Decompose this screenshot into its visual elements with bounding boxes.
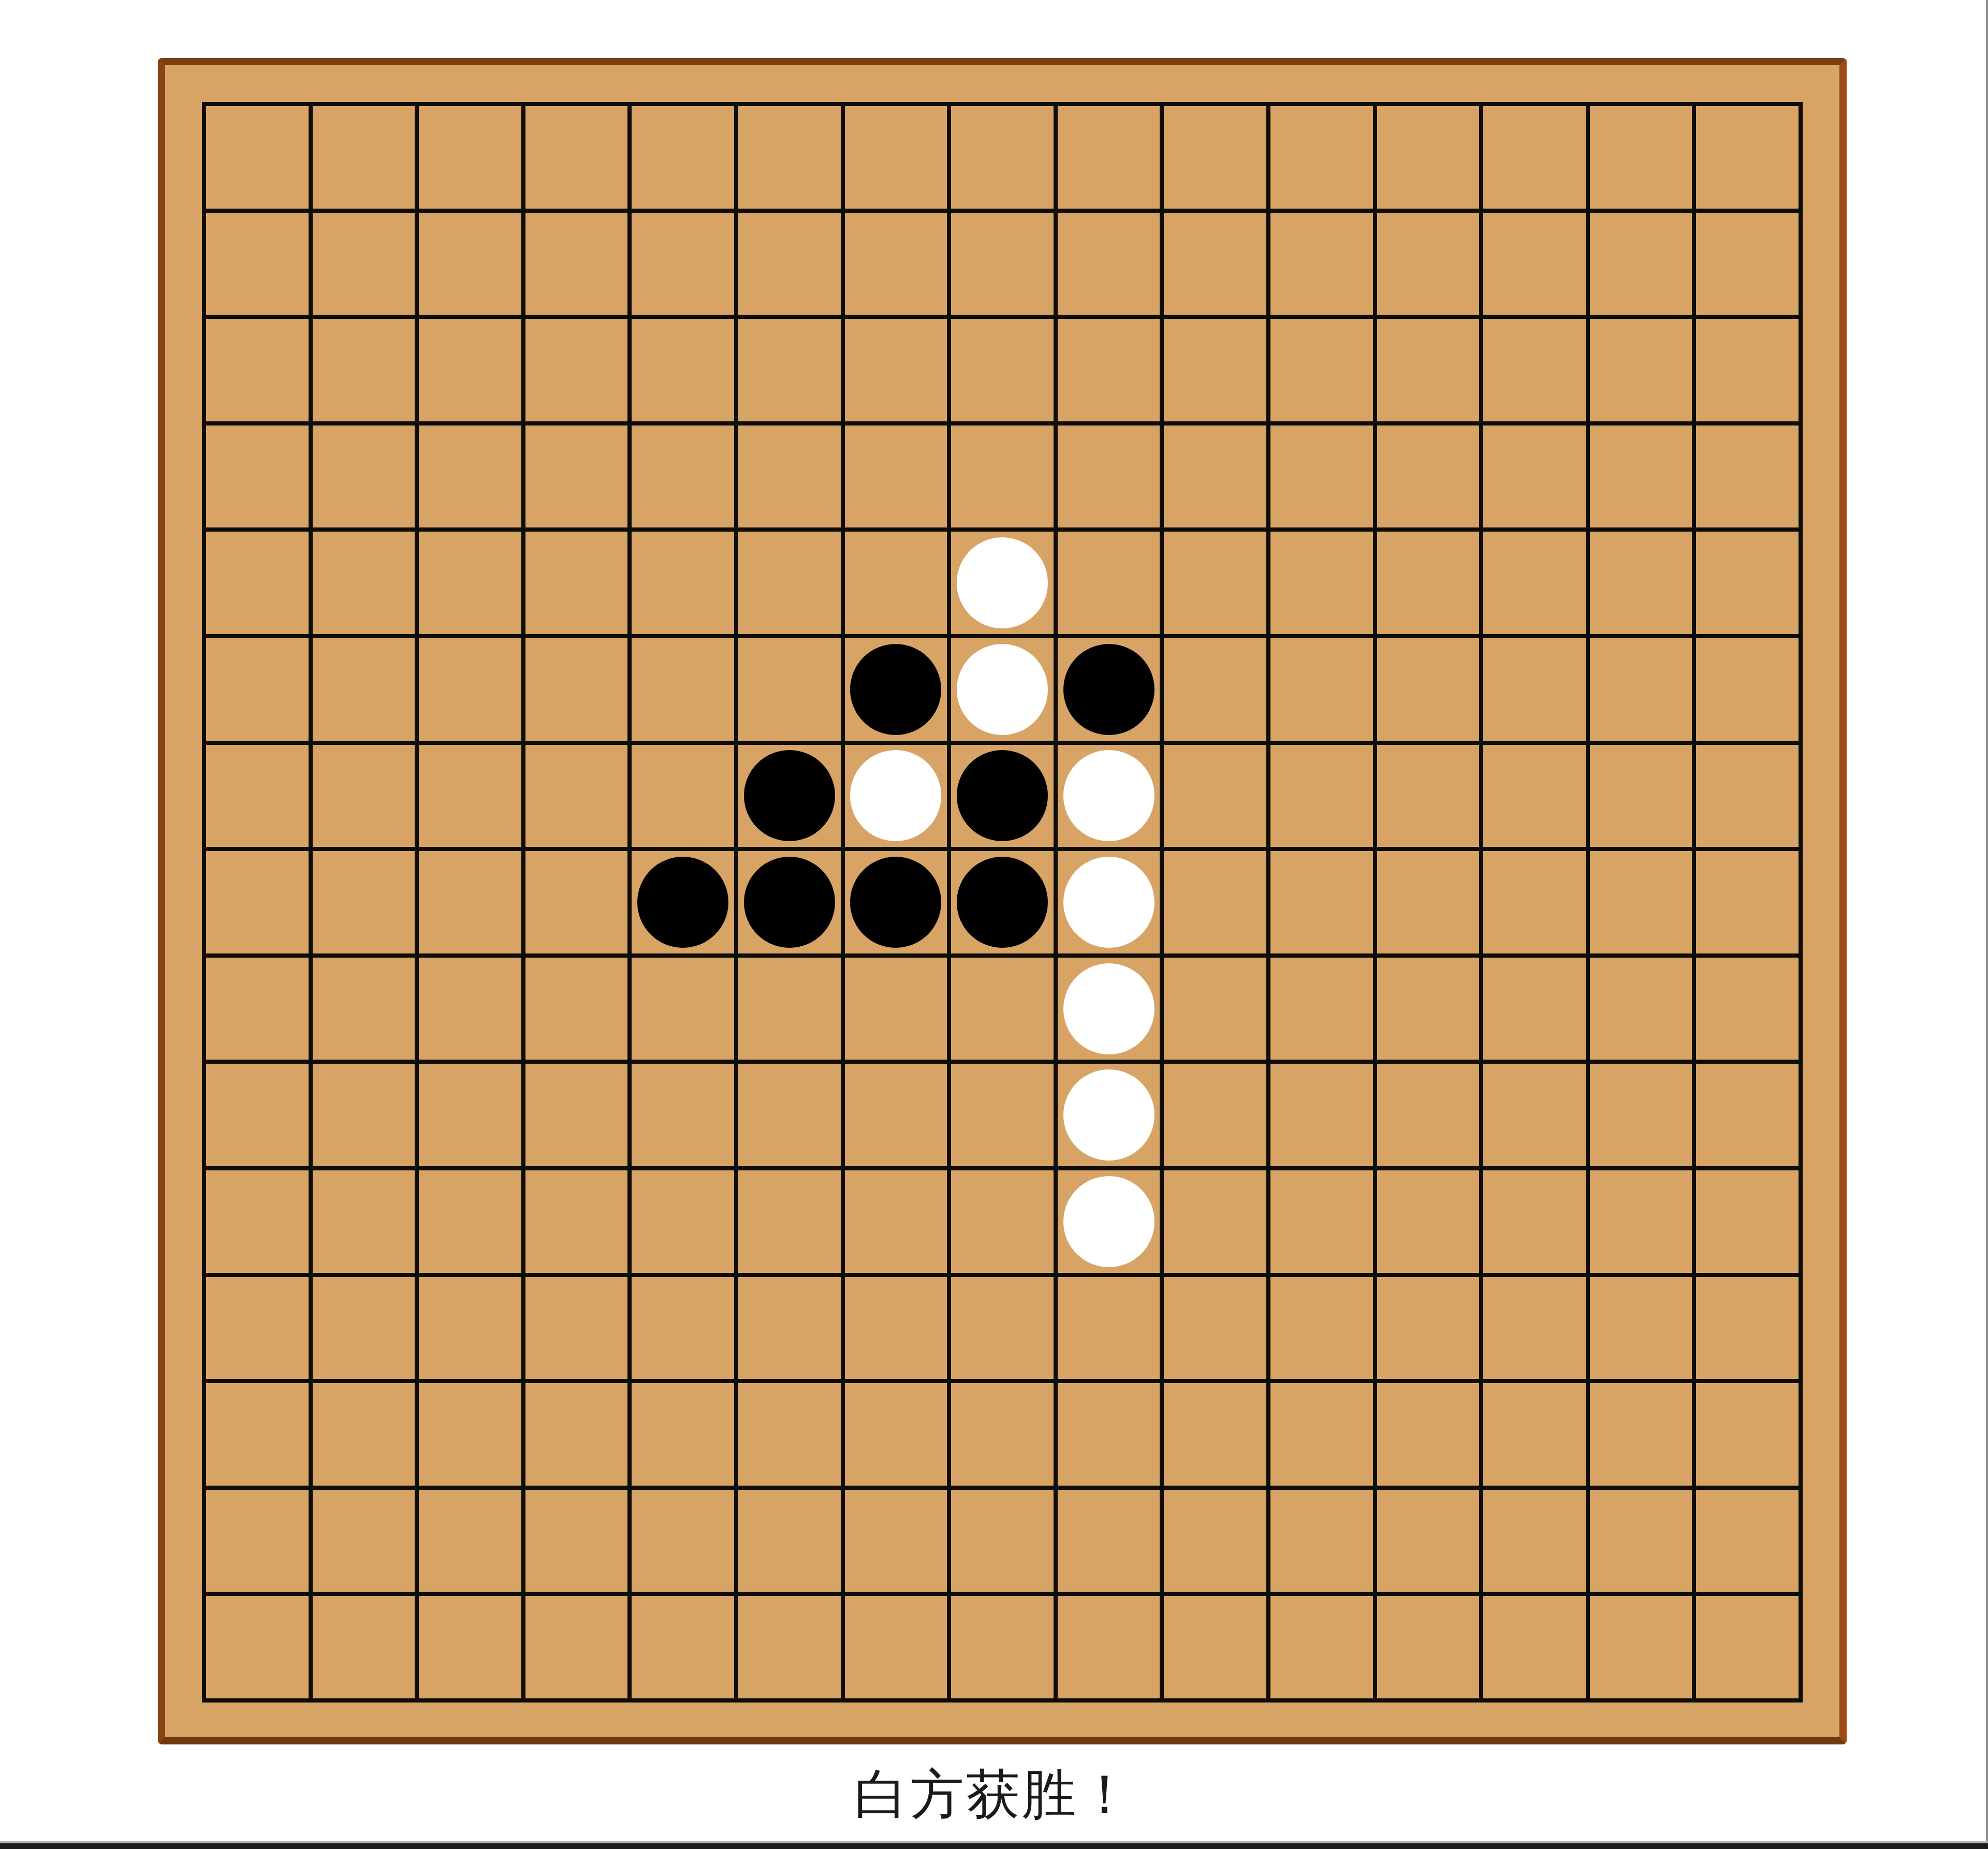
board-cell-r12c8[interactable] — [1058, 1383, 1160, 1486]
board-cell-r5c13[interactable] — [1590, 638, 1692, 741]
white-stone — [957, 537, 1048, 628]
board-cell-r10c3[interactable] — [525, 1170, 628, 1273]
board-cell-r8c1[interactable] — [313, 958, 415, 1060]
black-stone — [957, 857, 1048, 948]
board-cell-r0c0[interactable] — [206, 106, 309, 209]
board-cell-r7c14[interactable] — [1696, 851, 1799, 953]
board-cell-r13c7[interactable] — [951, 1490, 1054, 1592]
board-cell-r5c2[interactable] — [419, 638, 521, 741]
board-cell-r14c10[interactable] — [1270, 1596, 1373, 1698]
board-cell-r10c11[interactable] — [1377, 1170, 1480, 1273]
black-stone — [744, 857, 835, 948]
board-cell-r4c13[interactable] — [1590, 532, 1692, 634]
board-cell-r0c4[interactable] — [632, 106, 734, 209]
board-cell-r12c11[interactable] — [1377, 1383, 1480, 1486]
board-cell-r6c11[interactable] — [1377, 745, 1480, 847]
board-cell-r6c12[interactable] — [1483, 745, 1586, 847]
board-cell-r14c3[interactable] — [525, 1596, 628, 1698]
board-cell-r8c9[interactable] — [1164, 958, 1266, 1060]
black-stone — [637, 857, 728, 948]
board-cell-r12c14[interactable] — [1696, 1383, 1799, 1486]
black-stone — [744, 750, 835, 841]
board-cell-r12c2[interactable] — [419, 1383, 521, 1486]
board-cell-r2c14[interactable] — [1696, 319, 1799, 421]
board-cell-r2c10[interactable] — [1270, 319, 1373, 421]
board-cell-r4c12[interactable] — [1483, 532, 1586, 634]
board-cell-r9c1[interactable] — [313, 1064, 415, 1166]
board-cell-r7c8[interactable] — [1058, 851, 1160, 953]
white-stone — [1063, 963, 1154, 1054]
board-cell-r6c3[interactable] — [525, 745, 628, 847]
board-cell-r0c12[interactable] — [1483, 106, 1586, 209]
board-cell-r9c7[interactable] — [951, 1064, 1054, 1166]
board-cell-r6c14[interactable] — [1696, 745, 1799, 847]
board-cell-r3c11[interactable] — [1377, 425, 1480, 528]
board-cell-r7c12[interactable] — [1483, 851, 1586, 953]
board-cell-r1c4[interactable] — [632, 213, 734, 315]
board-cell-r13c1[interactable] — [313, 1490, 415, 1592]
board-cell-r1c13[interactable] — [1590, 213, 1692, 315]
result-caption: 白方获胜！ — [0, 1766, 1988, 1823]
board-cell-r12c9[interactable] — [1164, 1383, 1266, 1486]
black-stone — [850, 857, 941, 948]
board-cell-r12c5[interactable] — [738, 1383, 841, 1486]
board-cell-r12c12[interactable] — [1483, 1383, 1586, 1486]
board-cell-r13c14[interactable] — [1696, 1490, 1799, 1592]
board-cell-r12c13[interactable] — [1590, 1383, 1692, 1486]
window-bottom-bar — [0, 1841, 1988, 1849]
board-cell-r11c1[interactable] — [313, 1277, 415, 1380]
board-cell-r9c9[interactable] — [1164, 1064, 1266, 1166]
board-cell-r13c11[interactable] — [1377, 1490, 1480, 1592]
board-cell-r10c6[interactable] — [845, 1170, 947, 1273]
board-cell-r0c9[interactable] — [1164, 106, 1266, 209]
board-cell-r8c11[interactable] — [1377, 958, 1480, 1060]
board-cell-r3c10[interactable] — [1270, 425, 1373, 528]
board-cell-r7c0[interactable] — [206, 851, 309, 953]
board-cell-r10c13[interactable] — [1590, 1170, 1692, 1273]
board-cell-r3c1[interactable] — [313, 425, 415, 528]
board-cell-r10c8[interactable] — [1058, 1170, 1160, 1273]
board-cell-r11c10[interactable] — [1270, 1277, 1373, 1380]
board-cell-r2c7[interactable] — [951, 319, 1054, 421]
board-cell-r7c5[interactable] — [738, 851, 841, 953]
board-cell-r10c1[interactable] — [313, 1170, 415, 1273]
board-cell-r4c2[interactable] — [419, 532, 521, 634]
board-cell-r1c5[interactable] — [738, 213, 841, 315]
board-cell-r13c0[interactable] — [206, 1490, 309, 1592]
board-cell-r1c10[interactable] — [1270, 213, 1373, 315]
board-cell-r9c4[interactable] — [632, 1064, 734, 1166]
board-cell-r7c11[interactable] — [1377, 851, 1480, 953]
board-cell-r7c13[interactable] — [1590, 851, 1692, 953]
board-cell-r6c2[interactable] — [419, 745, 521, 847]
board-cell-r8c10[interactable] — [1270, 958, 1373, 1060]
board-cell-r4c14[interactable] — [1696, 532, 1799, 634]
board-cell-r5c7[interactable] — [951, 638, 1054, 741]
board-cell-r0c11[interactable] — [1377, 106, 1480, 209]
board-cell-r6c6[interactable] — [845, 745, 947, 847]
board-cell-r13c10[interactable] — [1270, 1490, 1373, 1592]
board-cell-r10c5[interactable] — [738, 1170, 841, 1273]
board-cell-r0c1[interactable] — [313, 106, 415, 209]
board-cell-r6c13[interactable] — [1590, 745, 1692, 847]
board-cell-r13c9[interactable] — [1164, 1490, 1266, 1592]
board-cell-r4c5[interactable] — [738, 532, 841, 634]
board-cell-r14c7[interactable] — [951, 1596, 1054, 1698]
board-cell-r8c14[interactable] — [1696, 958, 1799, 1060]
board-cell-r4c7[interactable] — [951, 532, 1054, 634]
board-cell-r5c6[interactable] — [845, 638, 947, 741]
board-cell-r1c7[interactable] — [951, 213, 1054, 315]
board-cell-r1c11[interactable] — [1377, 213, 1480, 315]
board-cell-r0c13[interactable] — [1590, 106, 1692, 209]
board-cell-r8c7[interactable] — [951, 958, 1054, 1060]
white-stone — [850, 750, 941, 841]
board-cell-r0c3[interactable] — [525, 106, 628, 209]
board-cell-r12c1[interactable] — [313, 1383, 415, 1486]
board-cell-r6c0[interactable] — [206, 745, 309, 847]
board-cell-r5c8[interactable] — [1058, 638, 1160, 741]
board-cell-r11c2[interactable] — [419, 1277, 521, 1380]
board-cell-r9c14[interactable] — [1696, 1064, 1799, 1166]
board-cell-r5c14[interactable] — [1696, 638, 1799, 741]
board-cell-r1c3[interactable] — [525, 213, 628, 315]
board-cell-r10c12[interactable] — [1483, 1170, 1586, 1273]
board-cell-r1c8[interactable] — [1058, 213, 1160, 315]
board-cell-r4c9[interactable] — [1164, 532, 1266, 634]
board-cell-r4c10[interactable] — [1270, 532, 1373, 634]
board-cell-r2c8[interactable] — [1058, 319, 1160, 421]
board-cell-r14c8[interactable] — [1058, 1596, 1160, 1698]
gomoku-board — [158, 58, 1847, 1744]
board-cell-r11c0[interactable] — [206, 1277, 309, 1380]
board-cell-r12c4[interactable] — [632, 1383, 734, 1486]
board-cell-r5c0[interactable] — [206, 638, 309, 741]
board-cell-r2c12[interactable] — [1483, 319, 1586, 421]
board-cell-r6c7[interactable] — [951, 745, 1054, 847]
black-stone — [957, 750, 1048, 841]
board-cell-r10c14[interactable] — [1696, 1170, 1799, 1273]
black-stone — [850, 644, 941, 735]
board-cell-r13c6[interactable] — [845, 1490, 947, 1592]
board-cell-r4c0[interactable] — [206, 532, 309, 634]
white-stone — [1063, 750, 1154, 841]
board-cell-r14c0[interactable] — [206, 1596, 309, 1698]
board-cell-r12c3[interactable] — [525, 1383, 628, 1486]
board-cell-r7c4[interactable] — [632, 851, 734, 953]
board-cell-r14c4[interactable] — [632, 1596, 734, 1698]
board-cell-r4c6[interactable] — [845, 532, 947, 634]
board-cell-r9c2[interactable] — [419, 1064, 521, 1166]
board-cell-r1c6[interactable] — [845, 213, 947, 315]
board-cell-r3c9[interactable] — [1164, 425, 1266, 528]
board-cell-r10c7[interactable] — [951, 1170, 1054, 1273]
board-cell-r4c11[interactable] — [1377, 532, 1480, 634]
board-cell-r3c4[interactable] — [632, 425, 734, 528]
board-cell-r1c9[interactable] — [1164, 213, 1266, 315]
board-cell-r4c8[interactable] — [1058, 532, 1160, 634]
board-cell-r8c8[interactable] — [1058, 958, 1160, 1060]
board-cell-r6c4[interactable] — [632, 745, 734, 847]
board-cell-r1c0[interactable] — [206, 213, 309, 315]
white-stone — [1063, 1176, 1154, 1267]
board-cell-r3c12[interactable] — [1483, 425, 1586, 528]
board-cell-r0c7[interactable] — [951, 106, 1054, 209]
white-stone — [1063, 857, 1154, 948]
board-cell-r12c6[interactable] — [845, 1383, 947, 1486]
board-cell-r6c10[interactable] — [1270, 745, 1373, 847]
board-cell-r2c13[interactable] — [1590, 319, 1692, 421]
board-cell-r11c12[interactable] — [1483, 1277, 1586, 1380]
board-cell-r5c10[interactable] — [1270, 638, 1373, 741]
board-cell-r8c5[interactable] — [738, 958, 841, 1060]
white-stone — [957, 644, 1048, 735]
board-cell-r7c3[interactable] — [525, 851, 628, 953]
board-cell-r14c14[interactable] — [1696, 1596, 1799, 1698]
board-cell-r5c11[interactable] — [1377, 638, 1480, 741]
board-cell-r13c3[interactable] — [525, 1490, 628, 1592]
board-cell-r7c1[interactable] — [313, 851, 415, 953]
board-cell-r9c12[interactable] — [1483, 1064, 1586, 1166]
board-cell-r0c14[interactable] — [1696, 106, 1799, 209]
board-cell-r3c5[interactable] — [738, 425, 841, 528]
board-cell-r12c10[interactable] — [1270, 1383, 1373, 1486]
board-cell-r8c12[interactable] — [1483, 958, 1586, 1060]
board-cell-r11c14[interactable] — [1696, 1277, 1799, 1380]
board-cell-r4c4[interactable] — [632, 532, 734, 634]
board-cell-r0c5[interactable] — [738, 106, 841, 209]
board-cell-r8c3[interactable] — [525, 958, 628, 1060]
board-grid — [202, 102, 1803, 1703]
black-stone — [1063, 644, 1154, 735]
board-cell-r14c13[interactable] — [1590, 1596, 1692, 1698]
board-cell-r10c0[interactable] — [206, 1170, 309, 1273]
board-cell-r9c6[interactable] — [845, 1064, 947, 1166]
board-cell-r3c2[interactable] — [419, 425, 521, 528]
white-stone — [1063, 1069, 1154, 1161]
board-cell-r8c0[interactable] — [206, 958, 309, 1060]
board-cell-r2c11[interactable] — [1377, 319, 1480, 421]
board-cell-r0c2[interactable] — [419, 106, 521, 209]
board-cell-r14c1[interactable] — [313, 1596, 415, 1698]
board-cell-r14c12[interactable] — [1483, 1596, 1586, 1698]
board-cell-r4c3[interactable] — [525, 532, 628, 634]
board-cell-r8c2[interactable] — [419, 958, 521, 1060]
board-cell-r3c8[interactable] — [1058, 425, 1160, 528]
board-cell-r3c6[interactable] — [845, 425, 947, 528]
board-cell-r13c2[interactable] — [419, 1490, 521, 1592]
board-cell-r13c4[interactable] — [632, 1490, 734, 1592]
board-cell-r10c2[interactable] — [419, 1170, 521, 1273]
board-cell-r11c3[interactable] — [525, 1277, 628, 1380]
board-cell-r0c10[interactable] — [1270, 106, 1373, 209]
board-cell-r12c7[interactable] — [951, 1383, 1054, 1486]
board-cell-r7c10[interactable] — [1270, 851, 1373, 953]
board-cell-r1c14[interactable] — [1696, 213, 1799, 315]
board-cell-r0c8[interactable] — [1058, 106, 1160, 209]
board-cell-r5c3[interactable] — [525, 638, 628, 741]
board-cell-r10c9[interactable] — [1164, 1170, 1266, 1273]
board-cell-r11c7[interactable] — [951, 1277, 1054, 1380]
board-cell-r7c9[interactable] — [1164, 851, 1266, 953]
board-cell-r9c0[interactable] — [206, 1064, 309, 1166]
board-cell-r0c6[interactable] — [845, 106, 947, 209]
board-cell-r8c13[interactable] — [1590, 958, 1692, 1060]
board-cell-r12c0[interactable] — [206, 1383, 309, 1486]
board-cell-r13c5[interactable] — [738, 1490, 841, 1592]
board-cell-r9c11[interactable] — [1377, 1064, 1480, 1166]
board-cell-r2c3[interactable] — [525, 319, 628, 421]
board-cell-r11c4[interactable] — [632, 1277, 734, 1380]
window-right-edge — [1986, 0, 1988, 1849]
board-cell-r8c4[interactable] — [632, 958, 734, 1060]
board-cell-r2c4[interactable] — [632, 319, 734, 421]
board-cell-r1c1[interactable] — [313, 213, 415, 315]
board-cell-r2c1[interactable] — [313, 319, 415, 421]
board-cell-r3c0[interactable] — [206, 425, 309, 528]
board-cell-r5c4[interactable] — [632, 638, 734, 741]
board-cell-r7c6[interactable] — [845, 851, 947, 953]
board-cell-r14c6[interactable] — [845, 1596, 947, 1698]
board-cell-r10c4[interactable] — [632, 1170, 734, 1273]
board-cell-r6c5[interactable] — [738, 745, 841, 847]
board-cell-r4c1[interactable] — [313, 532, 415, 634]
board-cell-r1c12[interactable] — [1483, 213, 1586, 315]
board-cell-r9c10[interactable] — [1270, 1064, 1373, 1166]
board-cell-r6c1[interactable] — [313, 745, 415, 847]
board-cell-r11c11[interactable] — [1377, 1277, 1480, 1380]
board-cell-r3c14[interactable] — [1696, 425, 1799, 528]
board-cell-r11c5[interactable] — [738, 1277, 841, 1380]
board-cell-r2c6[interactable] — [845, 319, 947, 421]
board-cell-r9c13[interactable] — [1590, 1064, 1692, 1166]
board-cell-r11c8[interactable] — [1058, 1277, 1160, 1380]
board-cell-r9c5[interactable] — [738, 1064, 841, 1166]
board-cell-r5c12[interactable] — [1483, 638, 1586, 741]
board-cell-r3c3[interactable] — [525, 425, 628, 528]
board-cell-r3c7[interactable] — [951, 425, 1054, 528]
board-cell-r2c9[interactable] — [1164, 319, 1266, 421]
board-cell-r1c2[interactable] — [419, 213, 521, 315]
board-cell-r10c10[interactable] — [1270, 1170, 1373, 1273]
board-cell-r2c2[interactable] — [419, 319, 521, 421]
board-cell-r11c9[interactable] — [1164, 1277, 1266, 1380]
board-cell-r7c7[interactable] — [951, 851, 1054, 953]
board-cell-r2c0[interactable] — [206, 319, 309, 421]
board-cell-r9c3[interactable] — [525, 1064, 628, 1166]
board-cell-r11c6[interactable] — [845, 1277, 947, 1380]
board-cell-r6c8[interactable] — [1058, 745, 1160, 847]
board-cell-r9c8[interactable] — [1058, 1064, 1160, 1166]
board-cell-r13c8[interactable] — [1058, 1490, 1160, 1592]
board-cell-r8c6[interactable] — [845, 958, 947, 1060]
board-cell-r14c11[interactable] — [1377, 1596, 1480, 1698]
board-cell-r2c5[interactable] — [738, 319, 841, 421]
board-cell-r3c13[interactable] — [1590, 425, 1692, 528]
board-cell-r14c5[interactable] — [738, 1596, 841, 1698]
board-cell-r13c13[interactable] — [1590, 1490, 1692, 1592]
board-cell-r5c5[interactable] — [738, 638, 841, 741]
board-cell-r5c1[interactable] — [313, 638, 415, 741]
board-cell-r11c13[interactable] — [1590, 1277, 1692, 1380]
board-cell-r13c12[interactable] — [1483, 1490, 1586, 1592]
board-cell-r6c9[interactable] — [1164, 745, 1266, 847]
board-cell-r5c9[interactable] — [1164, 638, 1266, 741]
board-cell-r14c2[interactable] — [419, 1596, 521, 1698]
board-cell-r7c2[interactable] — [419, 851, 521, 953]
board-cell-r14c9[interactable] — [1164, 1596, 1266, 1698]
